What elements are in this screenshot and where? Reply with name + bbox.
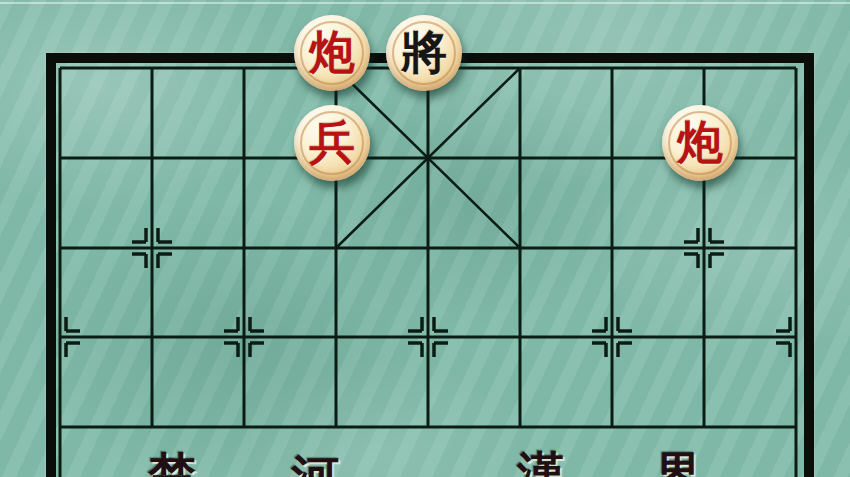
river-char-chu: 楚 <box>148 444 196 477</box>
river-char-jie: 界 <box>654 443 702 477</box>
piece-black-general[interactable]: 將 <box>386 15 462 91</box>
piece-label: 兵 <box>294 105 370 181</box>
piece-red-cannon-left[interactable]: 炮 <box>294 15 370 91</box>
river-char-han: 漢 <box>517 443 565 477</box>
piece-red-soldier[interactable]: 兵 <box>294 105 370 181</box>
piece-label: 將 <box>386 15 462 91</box>
xiangqi-screen: 楚河漢界 炮將兵炮 <box>0 0 850 477</box>
piece-label: 炮 <box>662 105 738 181</box>
river-char-he: 河 <box>291 446 339 477</box>
piece-red-cannon-right[interactable]: 炮 <box>662 105 738 181</box>
piece-label: 炮 <box>294 15 370 91</box>
